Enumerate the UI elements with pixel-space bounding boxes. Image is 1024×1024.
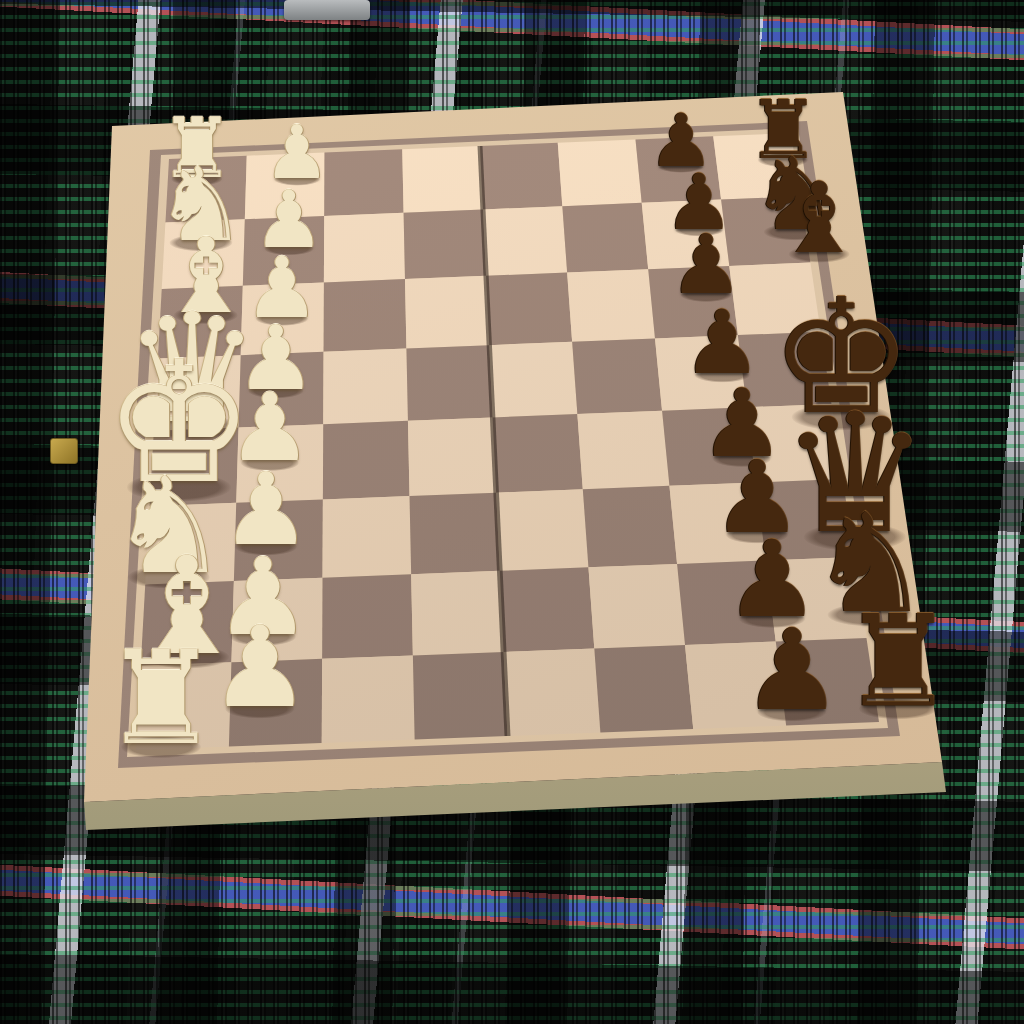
brass-clasp <box>50 438 78 464</box>
piece-white-pawn-h2: ♟ <box>210 611 310 723</box>
piece-black-rook-h8: ♜ <box>842 599 955 725</box>
piece-white-rook-h1: ♜ <box>103 634 219 763</box>
metal-handle <box>284 0 370 20</box>
piece-black-bishop-c8: ♝ <box>775 169 863 267</box>
photo-scene: ♜♞♝♛♚♞♝♜♟♟♟♟♟♟♟♟♟♟♟♟♟♟♟♟♜♞♝♚♛♞♜ <box>0 0 1024 1024</box>
